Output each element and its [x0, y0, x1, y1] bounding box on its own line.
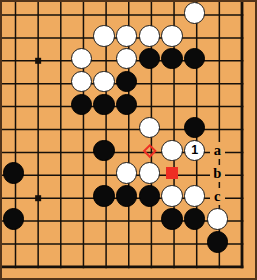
intersection	[25, 70, 48, 93]
intersection	[183, 185, 206, 208]
intersection	[115, 230, 138, 253]
white-stone	[71, 48, 93, 70]
black-stone	[71, 94, 93, 116]
white-stone	[93, 25, 115, 47]
intersection	[47, 24, 70, 47]
intersection	[25, 208, 48, 231]
intersection	[25, 116, 48, 139]
white-stone	[116, 48, 138, 70]
intersection	[2, 139, 25, 162]
intersection	[206, 208, 229, 231]
black-stone	[116, 71, 138, 93]
intersection	[2, 253, 25, 276]
black-stone	[139, 185, 161, 207]
intersection	[2, 230, 25, 253]
intersection	[138, 116, 161, 139]
intersection	[183, 116, 206, 139]
intersection	[115, 70, 138, 93]
intersection	[25, 139, 48, 162]
white-stone	[93, 71, 115, 93]
intersection	[93, 162, 116, 185]
intersection	[161, 93, 184, 116]
intersection: b	[206, 162, 229, 185]
intersection	[25, 47, 48, 70]
letter-c-label: c	[210, 188, 225, 205]
intersection	[138, 208, 161, 231]
intersection	[93, 70, 116, 93]
intersection	[206, 70, 229, 93]
black-stone	[93, 94, 115, 116]
intersection	[47, 230, 70, 253]
intersection	[183, 230, 206, 253]
intersection	[183, 162, 206, 185]
intersection	[93, 253, 116, 276]
intersection	[138, 230, 161, 253]
black-stone	[3, 162, 25, 184]
intersection	[70, 230, 93, 253]
intersection	[183, 253, 206, 276]
red-square-marker	[166, 167, 178, 179]
intersection	[115, 139, 138, 162]
intersection	[183, 24, 206, 47]
intersection	[138, 139, 161, 162]
intersection	[70, 139, 93, 162]
intersection	[115, 116, 138, 139]
intersection	[138, 2, 161, 25]
intersection	[229, 185, 252, 208]
intersection	[70, 208, 93, 231]
letter-a-label: a	[210, 142, 225, 159]
white-stone-move-1: 1	[184, 140, 206, 162]
intersection	[115, 253, 138, 276]
intersection	[138, 185, 161, 208]
intersection	[70, 116, 93, 139]
black-stone	[207, 231, 229, 253]
black-stone	[139, 48, 161, 70]
intersection	[93, 93, 116, 116]
white-stone	[71, 71, 93, 93]
white-stone	[184, 185, 206, 207]
intersection	[47, 70, 70, 93]
intersection	[229, 70, 252, 93]
intersection	[70, 47, 93, 70]
intersection	[161, 253, 184, 276]
intersection	[2, 93, 25, 116]
intersection	[115, 2, 138, 25]
intersection	[93, 24, 116, 47]
intersection	[161, 208, 184, 231]
intersection	[47, 208, 70, 231]
intersection	[47, 253, 70, 276]
go-diagram: 1abc	[0, 0, 257, 280]
intersection	[229, 93, 252, 116]
intersection	[138, 253, 161, 276]
black-stone	[184, 117, 206, 139]
intersection	[229, 116, 252, 139]
intersection	[183, 2, 206, 25]
intersection	[206, 116, 229, 139]
white-stone	[207, 208, 229, 230]
intersection	[47, 116, 70, 139]
intersection	[93, 139, 116, 162]
intersection	[70, 162, 93, 185]
intersection	[161, 24, 184, 47]
letter-b-label: b	[210, 165, 225, 182]
intersection	[206, 230, 229, 253]
go-board: 1abc	[2, 2, 251, 277]
intersection	[138, 162, 161, 185]
intersection	[70, 2, 93, 25]
intersection	[70, 93, 93, 116]
intersection	[2, 208, 25, 231]
intersection	[2, 185, 25, 208]
intersection	[93, 47, 116, 70]
intersection	[70, 253, 93, 276]
intersection: a	[206, 139, 229, 162]
intersection	[25, 2, 48, 25]
white-stone	[116, 25, 138, 47]
black-stone	[3, 208, 25, 230]
intersection	[138, 70, 161, 93]
black-stone	[93, 140, 115, 162]
black-stone	[184, 48, 206, 70]
intersection	[229, 162, 252, 185]
intersection	[93, 185, 116, 208]
intersection	[161, 2, 184, 25]
intersection	[183, 70, 206, 93]
intersection	[2, 2, 25, 25]
intersection	[70, 185, 93, 208]
intersection	[183, 93, 206, 116]
intersection	[229, 47, 252, 70]
intersection	[25, 93, 48, 116]
intersection	[2, 24, 25, 47]
intersection	[2, 162, 25, 185]
intersection	[138, 93, 161, 116]
intersection	[115, 162, 138, 185]
intersection	[93, 116, 116, 139]
intersection	[206, 47, 229, 70]
intersection	[161, 185, 184, 208]
black-stone	[184, 208, 206, 230]
intersection	[229, 208, 252, 231]
intersection	[161, 116, 184, 139]
move-number-label: 1	[191, 144, 198, 157]
black-stone	[161, 208, 183, 230]
intersection	[115, 93, 138, 116]
intersection	[47, 2, 70, 25]
intersection	[229, 24, 252, 47]
intersection	[2, 70, 25, 93]
intersection	[229, 2, 252, 25]
intersection	[161, 230, 184, 253]
intersection	[47, 185, 70, 208]
intersection	[70, 70, 93, 93]
red-diamond-marker	[143, 144, 156, 157]
intersection	[25, 162, 48, 185]
intersection	[25, 24, 48, 47]
intersection	[229, 230, 252, 253]
intersection: 1	[183, 139, 206, 162]
intersection	[47, 47, 70, 70]
white-stone	[139, 162, 161, 184]
intersection	[115, 24, 138, 47]
intersection	[183, 208, 206, 231]
intersection	[206, 24, 229, 47]
intersection	[161, 162, 184, 185]
white-stone	[116, 162, 138, 184]
intersection	[93, 2, 116, 25]
intersection	[47, 162, 70, 185]
intersection	[2, 116, 25, 139]
intersection	[93, 208, 116, 231]
intersection	[161, 70, 184, 93]
black-stone	[161, 48, 183, 70]
intersection	[138, 47, 161, 70]
white-stone	[161, 25, 183, 47]
white-stone	[139, 25, 161, 47]
intersection	[115, 185, 138, 208]
intersection	[70, 24, 93, 47]
white-stone	[161, 185, 183, 207]
black-stone	[116, 185, 138, 207]
intersection: c	[206, 185, 229, 208]
white-stone	[161, 140, 183, 162]
intersection	[115, 47, 138, 70]
intersection	[206, 253, 229, 276]
intersection	[25, 185, 48, 208]
white-stone	[139, 117, 161, 139]
intersection	[206, 93, 229, 116]
intersection	[2, 47, 25, 70]
white-stone	[184, 2, 206, 24]
intersection	[206, 2, 229, 25]
intersection	[183, 47, 206, 70]
black-stone	[116, 94, 138, 116]
intersection	[161, 139, 184, 162]
intersection	[25, 253, 48, 276]
intersection	[93, 230, 116, 253]
intersection	[138, 24, 161, 47]
intersection	[47, 93, 70, 116]
intersection	[229, 139, 252, 162]
intersection	[161, 47, 184, 70]
intersection	[115, 208, 138, 231]
black-stone	[93, 185, 115, 207]
intersection	[229, 253, 252, 276]
intersection	[25, 230, 48, 253]
intersection	[47, 139, 70, 162]
